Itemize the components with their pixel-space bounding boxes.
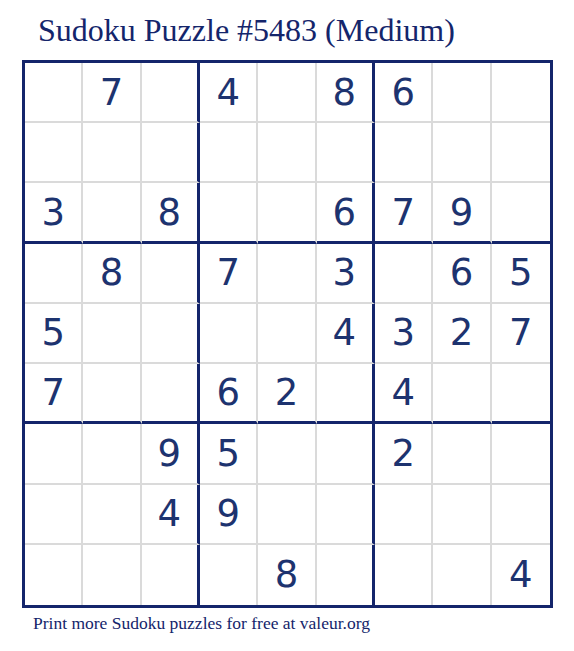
- cell-r7c9[interactable]: [492, 424, 550, 484]
- cell-r4c7[interactable]: [375, 244, 433, 304]
- cell-r1c3[interactable]: [142, 63, 200, 123]
- footer-credit: Print more Sudoku puzzles for free at va…: [33, 613, 370, 634]
- cell-r9c1[interactable]: [25, 545, 83, 605]
- cell-r2c1[interactable]: [25, 123, 83, 183]
- cell-r2c8[interactable]: [433, 123, 491, 183]
- cell-r7c8[interactable]: [433, 424, 491, 484]
- cell-r8c8[interactable]: [433, 485, 491, 545]
- cell-r8c6[interactable]: [317, 485, 375, 545]
- cell-r2c2[interactable]: [83, 123, 141, 183]
- cell-r7c5[interactable]: [258, 424, 316, 484]
- cell-r9c9[interactable]: 4: [492, 545, 550, 605]
- cell-r1c9[interactable]: [492, 63, 550, 123]
- cell-r4c2[interactable]: 8: [83, 244, 141, 304]
- cell-r7c7[interactable]: 2: [375, 424, 433, 484]
- cell-r9c6[interactable]: [317, 545, 375, 605]
- sudoku-board: 748638679873655432776249524984: [22, 60, 553, 608]
- cell-r4c1[interactable]: [25, 244, 83, 304]
- cell-r8c2[interactable]: [83, 485, 141, 545]
- cell-r8c3[interactable]: 4: [142, 485, 200, 545]
- cell-r6c3[interactable]: [142, 364, 200, 424]
- cell-r6c9[interactable]: [492, 364, 550, 424]
- cell-r5c9[interactable]: 7: [492, 304, 550, 364]
- cell-r7c1[interactable]: [25, 424, 83, 484]
- cell-r1c1[interactable]: [25, 63, 83, 123]
- cell-r5c3[interactable]: [142, 304, 200, 364]
- cell-r6c4[interactable]: 6: [200, 364, 258, 424]
- cell-r7c6[interactable]: [317, 424, 375, 484]
- cell-r8c1[interactable]: [25, 485, 83, 545]
- cell-r2c7[interactable]: [375, 123, 433, 183]
- cell-r9c3[interactable]: [142, 545, 200, 605]
- cell-r9c4[interactable]: [200, 545, 258, 605]
- cell-r2c6[interactable]: [317, 123, 375, 183]
- cell-r9c2[interactable]: [83, 545, 141, 605]
- cell-r5c8[interactable]: 2: [433, 304, 491, 364]
- cell-r5c4[interactable]: [200, 304, 258, 364]
- cell-r5c6[interactable]: 4: [317, 304, 375, 364]
- cell-r9c8[interactable]: [433, 545, 491, 605]
- cell-r2c3[interactable]: [142, 123, 200, 183]
- cell-r3c3[interactable]: 8: [142, 183, 200, 243]
- cell-r1c6[interactable]: 8: [317, 63, 375, 123]
- cell-r2c4[interactable]: [200, 123, 258, 183]
- cell-r4c8[interactable]: 6: [433, 244, 491, 304]
- cell-r9c7[interactable]: [375, 545, 433, 605]
- cell-r3c2[interactable]: [83, 183, 141, 243]
- cell-r7c3[interactable]: 9: [142, 424, 200, 484]
- cell-r2c5[interactable]: [258, 123, 316, 183]
- cell-r1c4[interactable]: 4: [200, 63, 258, 123]
- cell-r6c8[interactable]: [433, 364, 491, 424]
- cell-r4c4[interactable]: 7: [200, 244, 258, 304]
- cell-r8c5[interactable]: [258, 485, 316, 545]
- cell-r3c7[interactable]: 7: [375, 183, 433, 243]
- cell-r5c5[interactable]: [258, 304, 316, 364]
- cell-r4c9[interactable]: 5: [492, 244, 550, 304]
- cell-r6c6[interactable]: [317, 364, 375, 424]
- cell-r5c7[interactable]: 3: [375, 304, 433, 364]
- cell-r8c9[interactable]: [492, 485, 550, 545]
- cell-r5c1[interactable]: 5: [25, 304, 83, 364]
- cell-r4c3[interactable]: [142, 244, 200, 304]
- cell-r6c7[interactable]: 4: [375, 364, 433, 424]
- cell-r4c5[interactable]: [258, 244, 316, 304]
- cell-r1c2[interactable]: 7: [83, 63, 141, 123]
- cell-r8c7[interactable]: [375, 485, 433, 545]
- cell-r9c5[interactable]: 8: [258, 545, 316, 605]
- cell-r3c4[interactable]: [200, 183, 258, 243]
- cell-r8c4[interactable]: 9: [200, 485, 258, 545]
- cell-r3c5[interactable]: [258, 183, 316, 243]
- cell-r6c2[interactable]: [83, 364, 141, 424]
- cell-r7c4[interactable]: 5: [200, 424, 258, 484]
- cell-r5c2[interactable]: [83, 304, 141, 364]
- cell-r4c6[interactable]: 3: [317, 244, 375, 304]
- cell-r1c8[interactable]: [433, 63, 491, 123]
- cell-r1c5[interactable]: [258, 63, 316, 123]
- cell-r3c9[interactable]: [492, 183, 550, 243]
- cell-r1c7[interactable]: 6: [375, 63, 433, 123]
- cell-r3c6[interactable]: 6: [317, 183, 375, 243]
- cell-r3c8[interactable]: 9: [433, 183, 491, 243]
- cell-r2c9[interactable]: [492, 123, 550, 183]
- page-title: Sudoku Puzzle #5483 (Medium): [38, 12, 455, 49]
- cell-r6c5[interactable]: 2: [258, 364, 316, 424]
- cell-r3c1[interactable]: 3: [25, 183, 83, 243]
- cell-r7c2[interactable]: [83, 424, 141, 484]
- cell-r6c1[interactable]: 7: [25, 364, 83, 424]
